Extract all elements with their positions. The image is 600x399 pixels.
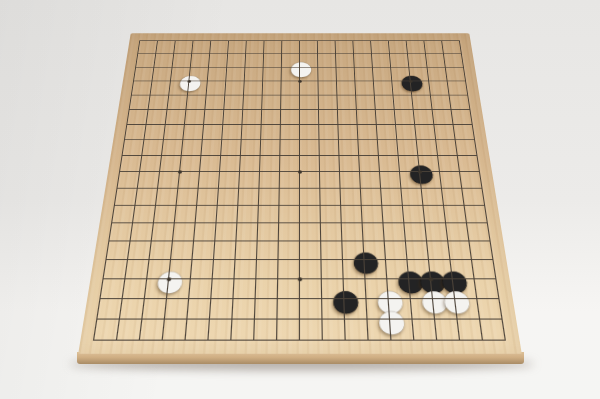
go-board: ●●●●●●●●●●●●●● <box>0 0 600 399</box>
star-point <box>428 277 433 281</box>
grid-line-horizontal <box>115 205 484 206</box>
board-grid: ●●●●●●●●●●●●●● <box>93 40 506 340</box>
grid-line-horizontal <box>117 188 481 189</box>
grid-line-horizontal <box>112 222 487 223</box>
star-point <box>408 80 412 83</box>
grid-line-horizontal <box>100 298 498 299</box>
star-point <box>297 170 301 173</box>
star-point <box>177 170 181 173</box>
board-front-edge <box>77 352 524 364</box>
star-point <box>298 80 302 83</box>
photo-background: ●●●●●●●●●●●●●● <box>0 0 600 399</box>
grid-line-horizontal <box>97 319 501 320</box>
star-point <box>187 80 191 83</box>
grid-line-horizontal <box>106 259 492 260</box>
board-surface: ●●●●●●●●●●●●●● <box>78 33 522 353</box>
star-point <box>417 170 421 173</box>
grid-line-vertical <box>299 41 300 340</box>
grid-line-horizontal <box>109 240 489 241</box>
star-point <box>297 277 301 281</box>
star-point <box>166 277 171 281</box>
